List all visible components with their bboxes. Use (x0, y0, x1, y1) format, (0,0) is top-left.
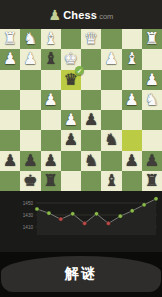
square-d2[interactable] (81, 49, 101, 69)
square-h4[interactable] (0, 90, 20, 110)
square-h3[interactable] (0, 70, 20, 90)
solve-puzzles-label: 解谜 (65, 265, 97, 283)
square-d1[interactable]: ♛ (81, 29, 101, 49)
square-a7[interactable]: ♟ (142, 151, 162, 171)
square-d3[interactable] (81, 70, 101, 90)
piece-wP: ♟ (64, 110, 78, 130)
square-e6[interactable]: ♟ (61, 130, 81, 150)
piece-bP: ♟ (23, 151, 37, 171)
piece-wB: ♝ (43, 29, 57, 49)
square-f6[interactable] (41, 130, 61, 150)
svg-text:1450: 1450 (23, 201, 34, 206)
square-f7[interactable]: ♟ (41, 151, 61, 171)
square-c6[interactable]: ♞ (101, 130, 121, 150)
square-a1[interactable]: ♜ (142, 29, 162, 49)
check-icon: ✓ (77, 68, 82, 74)
svg-text:1410: 1410 (23, 225, 34, 230)
chess-board: ♜♞♝♛♜♟♟♝♚♟♝♛♟♟♟♞♟♟♟♞♟♟♟♞♟♟♚♜♝♜ ✓ (0, 29, 162, 191)
square-h2[interactable]: ♟ (0, 49, 20, 69)
piece-wR: ♜ (145, 29, 159, 49)
piece-wP: ♟ (23, 49, 37, 69)
square-c2[interactable]: ♟ (101, 49, 121, 69)
piece-bP: ♟ (64, 130, 78, 150)
square-d5[interactable]: ♟ (81, 110, 101, 130)
square-f1[interactable]: ♝ (41, 29, 61, 49)
square-h5[interactable] (0, 110, 20, 130)
piece-bN: ♞ (104, 130, 118, 150)
piece-bP: ♟ (43, 151, 57, 171)
square-b7[interactable]: ♟ (122, 151, 142, 171)
piece-bB: ♝ (43, 49, 57, 69)
square-a3[interactable]: ♟ (142, 70, 162, 90)
piece-bP: ♟ (3, 151, 17, 171)
square-e8[interactable] (61, 171, 81, 191)
square-g2[interactable]: ♟ (20, 49, 40, 69)
piece-wP: ♟ (3, 49, 17, 69)
piece-wB: ♝ (124, 49, 138, 69)
rating-chart: 145014301410 (0, 191, 162, 252)
square-e4[interactable] (61, 90, 81, 110)
footer: 解谜 (0, 252, 162, 297)
square-d8[interactable] (81, 171, 101, 191)
square-g5[interactable] (20, 110, 40, 130)
square-a6[interactable] (142, 130, 162, 150)
piece-bP: ♟ (124, 151, 138, 171)
square-c4[interactable] (101, 90, 121, 110)
square-e7[interactable] (61, 151, 81, 171)
solve-puzzles-button[interactable]: 解谜 (1, 256, 161, 292)
square-b4[interactable]: ♟ (122, 90, 142, 110)
square-f4[interactable]: ♟ (41, 90, 61, 110)
piece-wN: ♞ (145, 90, 159, 110)
piece-wP: ♟ (43, 90, 57, 110)
header-bar: ♟ Chess com (0, 0, 162, 29)
square-a4[interactable]: ♞ (142, 90, 162, 110)
square-g4[interactable] (20, 90, 40, 110)
brand-suffix: com (99, 12, 113, 21)
rating-chart-panel: 145014301410 (0, 191, 162, 252)
piece-bK: ♚ (23, 171, 37, 191)
piece-wQ: ♛ (84, 29, 98, 49)
square-b8[interactable] (122, 171, 142, 191)
square-g7[interactable]: ♟ (20, 151, 40, 171)
square-b6[interactable] (122, 130, 142, 150)
square-d4[interactable] (81, 90, 101, 110)
chesscom-puzzle-ad: ♟ Chess com ♜♞♝♛♜♟♟♝♚♟♝♛♟♟♟♞♟♟♟♞♟♟♟♞♟♟♚♜… (0, 0, 162, 297)
piece-bP: ♟ (84, 110, 98, 130)
pawn-icon: ♟ (49, 8, 62, 22)
piece-wP: ♟ (104, 49, 118, 69)
square-b5[interactable] (122, 110, 142, 130)
square-e1[interactable] (61, 29, 81, 49)
square-c1[interactable] (101, 29, 121, 49)
square-b2[interactable]: ♝ (122, 49, 142, 69)
square-f8[interactable]: ♜ (41, 171, 61, 191)
board-grid: ♜♞♝♛♜♟♟♝♚♟♝♛♟♟♟♞♟♟♟♞♟♟♟♞♟♟♚♜♝♜ (0, 29, 162, 191)
square-c3[interactable] (101, 70, 121, 90)
square-g3[interactable] (20, 70, 40, 90)
square-c8[interactable]: ♝ (101, 171, 121, 191)
piece-wR: ♜ (3, 29, 17, 49)
square-d6[interactable] (81, 130, 101, 150)
piece-wP: ♟ (145, 70, 159, 90)
square-a5[interactable] (142, 110, 162, 130)
piece-bP: ♟ (145, 151, 159, 171)
piece-bN: ♞ (84, 151, 98, 171)
square-h8[interactable] (0, 171, 20, 191)
square-b1[interactable] (122, 29, 142, 49)
square-b3[interactable] (122, 70, 142, 90)
correct-move-badge: ✓ (75, 66, 84, 75)
square-d7[interactable]: ♞ (81, 151, 101, 171)
square-a8[interactable]: ♜ (142, 171, 162, 191)
piece-wN: ♞ (23, 29, 37, 49)
square-h6[interactable] (0, 130, 20, 150)
square-c5[interactable] (101, 110, 121, 130)
piece-wP: ♟ (124, 90, 138, 110)
square-c7[interactable] (101, 151, 121, 171)
square-e5[interactable]: ♟ (61, 110, 81, 130)
square-f5[interactable] (41, 110, 61, 130)
piece-bB: ♝ (104, 171, 118, 191)
square-f2[interactable]: ♝ (41, 49, 61, 69)
square-g1[interactable]: ♞ (20, 29, 40, 49)
svg-text:1430: 1430 (23, 213, 34, 218)
piece-bR: ♜ (145, 171, 159, 191)
square-g8[interactable]: ♚ (20, 171, 40, 191)
square-g6[interactable] (20, 130, 40, 150)
brand-name: Chess (63, 9, 97, 21)
square-a2[interactable] (142, 49, 162, 69)
square-h1[interactable]: ♜ (0, 29, 20, 49)
piece-bR: ♜ (43, 171, 57, 191)
square-h7[interactable]: ♟ (0, 151, 20, 171)
square-f3[interactable] (41, 70, 61, 90)
